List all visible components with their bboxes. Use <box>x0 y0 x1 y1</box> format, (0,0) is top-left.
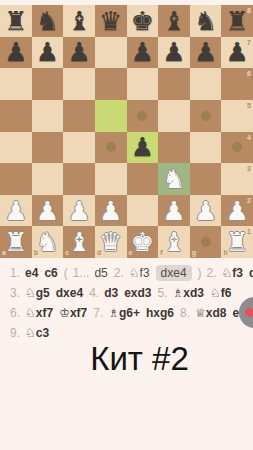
square-f8[interactable]: ♝ <box>158 5 190 37</box>
file-label: d <box>97 249 101 256</box>
square-d6[interactable] <box>95 68 127 100</box>
square-b1[interactable]: ♞b <box>32 226 64 258</box>
rank-label: 6 <box>247 70 251 77</box>
white-pawn: ♟ <box>36 198 59 224</box>
square-h6[interactable]: 6 <box>221 68 253 100</box>
move-line: 1.e4c6(1...d52.♘f3dxe4)2.♘f3d5 <box>10 263 253 283</box>
square-d2[interactable]: ♟ <box>95 195 127 227</box>
white-king: ♚ <box>131 229 154 255</box>
black-pawn: ♟ <box>67 39 90 65</box>
legal-move-dot <box>201 237 211 247</box>
black-knight: ♞ <box>36 8 59 34</box>
square-b7[interactable]: ♟ <box>32 37 64 69</box>
move-token[interactable]: c6 <box>44 266 57 280</box>
white-pawn: ♟ <box>99 198 122 224</box>
square-d3[interactable] <box>95 163 127 195</box>
square-a6[interactable] <box>0 68 32 100</box>
file-label: b <box>34 249 38 256</box>
black-pawn: ♟ <box>162 39 185 65</box>
square-e1[interactable]: ♚e <box>127 226 159 258</box>
move-token[interactable]: d5 <box>249 266 253 280</box>
square-c5[interactable] <box>63 100 95 132</box>
chess-app: ♜♞♝♛♚♝♞♜8♟♟♟♟♟♟♟765♟4♞3♟♟♟♟♟♟♟2♜a♞b♝c♛d♚… <box>0 0 253 450</box>
black-rook: ♜ <box>226 8 249 34</box>
record-dot-icon <box>245 308 253 317</box>
square-f5[interactable] <box>158 100 190 132</box>
chess-board: ♜♞♝♛♚♝♞♜8♟♟♟♟♟♟♟765♟4♞3♟♟♟♟♟♟♟2♜a♞b♝c♛d♚… <box>0 5 253 258</box>
black-bishop: ♝ <box>67 8 90 34</box>
move-token[interactable]: ♕xd8 <box>195 306 226 320</box>
move-number: 4. <box>89 286 99 300</box>
square-d7[interactable] <box>95 37 127 69</box>
square-g1[interactable]: g <box>190 226 222 258</box>
black-pawn: ♟ <box>4 39 27 65</box>
rank-label: 2 <box>247 197 251 204</box>
move-token[interactable]: ♗g6+ <box>108 306 140 320</box>
square-g3[interactable] <box>190 163 222 195</box>
move-number: 6. <box>10 306 20 320</box>
square-b4[interactable] <box>32 132 64 164</box>
black-pawn: ♟ <box>131 134 154 160</box>
rank-label: 3 <box>247 165 251 172</box>
move-line: 3.♘g5dxe44.d3exd35.♗xd3♘f6 <box>10 283 253 303</box>
move-token[interactable]: ♘f3 <box>222 266 243 280</box>
square-e6[interactable] <box>127 68 159 100</box>
square-a3[interactable] <box>0 163 32 195</box>
move-line: 6.♘xf7♔xf77.♗g6+hxg68.♕xd8e5 <box>10 303 253 323</box>
black-pawn: ♟ <box>194 39 217 65</box>
square-d1[interactable]: ♛d <box>95 226 127 258</box>
move-number: 1. <box>10 266 20 280</box>
square-c6[interactable] <box>63 68 95 100</box>
square-f4[interactable] <box>158 132 190 164</box>
square-f7[interactable]: ♟ <box>158 37 190 69</box>
square-g4[interactable] <box>190 132 222 164</box>
move-token[interactable]: ♘c3 <box>25 326 49 340</box>
move-token[interactable]: ♘f6 <box>210 286 231 300</box>
square-g6[interactable] <box>190 68 222 100</box>
move-token[interactable]: exd3 <box>124 286 151 300</box>
square-h7[interactable]: ♟7 <box>221 37 253 69</box>
square-g2[interactable]: ♟ <box>190 195 222 227</box>
move-number: 2. <box>207 266 217 280</box>
black-queen: ♛ <box>99 8 122 34</box>
white-pawn: ♟ <box>226 198 249 224</box>
square-h2[interactable]: ♟2 <box>221 195 253 227</box>
black-pawn: ♟ <box>36 39 59 65</box>
white-rook: ♜ <box>226 229 249 255</box>
black-rook: ♜ <box>4 8 27 34</box>
white-pawn: ♟ <box>162 198 185 224</box>
square-e7[interactable]: ♟ <box>127 37 159 69</box>
move-token[interactable]: ♘f3 <box>129 266 150 280</box>
square-c1[interactable]: ♝c <box>63 226 95 258</box>
white-pawn: ♟ <box>67 198 90 224</box>
square-a7[interactable]: ♟ <box>0 37 32 69</box>
square-h1[interactable]: ♜1h <box>221 226 253 258</box>
white-pawn: ♟ <box>4 198 27 224</box>
rank-label: 5 <box>247 102 251 109</box>
move-number: 2. <box>114 266 124 280</box>
square-h5[interactable]: 5 <box>221 100 253 132</box>
move-token[interactable]: hxg6 <box>146 306 174 320</box>
square-f3[interactable]: ♞ <box>158 163 190 195</box>
rank-label: 8 <box>247 7 251 14</box>
square-b6[interactable] <box>32 68 64 100</box>
move-token[interactable]: d5 <box>94 266 107 280</box>
square-f2[interactable]: ♟ <box>158 195 190 227</box>
black-knight: ♞ <box>194 8 217 34</box>
move-number: 8. <box>180 306 190 320</box>
square-e5[interactable] <box>127 100 159 132</box>
square-e8[interactable]: ♚ <box>127 5 159 37</box>
square-a8[interactable]: ♜ <box>0 5 32 37</box>
move-token[interactable]: dxe4 <box>56 286 83 300</box>
square-b2[interactable]: ♟ <box>32 195 64 227</box>
square-g8[interactable]: ♞ <box>190 5 222 37</box>
black-king: ♚ <box>131 8 154 34</box>
move-token[interactable]: d3 <box>104 286 118 300</box>
square-h4[interactable]: 4 <box>221 132 253 164</box>
square-a4[interactable] <box>0 132 32 164</box>
file-label: e <box>129 249 133 256</box>
white-knight: ♞ <box>162 166 185 192</box>
square-d4[interactable] <box>95 132 127 164</box>
file-label: f <box>160 249 162 256</box>
square-g7[interactable]: ♟ <box>190 37 222 69</box>
square-h3[interactable]: 3 <box>221 163 253 195</box>
white-rook: ♜ <box>4 229 27 255</box>
move-list: 1.e4c6(1...d52.♘f3dxe4)2.♘f3d53.♘g5dxe44… <box>0 258 253 343</box>
square-a5[interactable] <box>0 100 32 132</box>
square-f6[interactable] <box>158 68 190 100</box>
move-token[interactable]: e4 <box>25 266 38 280</box>
square-b5[interactable] <box>32 100 64 132</box>
square-a1[interactable]: ♜a <box>0 226 32 258</box>
legal-move-dot <box>232 142 242 152</box>
move-token[interactable]: ♘xf7 <box>25 306 53 320</box>
white-knight: ♞ <box>36 229 59 255</box>
black-pawn: ♟ <box>226 39 249 65</box>
square-e3[interactable] <box>127 163 159 195</box>
square-c3[interactable] <box>63 163 95 195</box>
square-c7[interactable]: ♟ <box>63 37 95 69</box>
rank-label: 4 <box>247 134 251 141</box>
square-f1[interactable]: ♝f <box>158 226 190 258</box>
square-e2[interactable] <box>127 195 159 227</box>
move-number: 7. <box>93 306 103 320</box>
square-a2[interactable]: ♟ <box>0 195 32 227</box>
move-number: ( <box>64 266 68 280</box>
square-e4[interactable]: ♟ <box>127 132 159 164</box>
move-token[interactable]: ♘g5 <box>25 286 50 300</box>
square-h8[interactable]: ♜8 <box>221 5 253 37</box>
move-number: 3. <box>10 286 20 300</box>
square-d8[interactable]: ♛ <box>95 5 127 37</box>
white-bishop: ♝ <box>67 229 90 255</box>
rank-label: 7 <box>247 39 251 46</box>
move-token[interactable]: ♔xf7 <box>59 306 87 320</box>
move-number: 5. <box>158 286 168 300</box>
square-c2[interactable]: ♟ <box>63 195 95 227</box>
black-pawn: ♟ <box>131 39 154 65</box>
white-pawn: ♟ <box>194 198 217 224</box>
white-bishop: ♝ <box>162 229 185 255</box>
file-label: g <box>192 249 196 256</box>
black-bishop: ♝ <box>162 8 185 34</box>
square-c4[interactable] <box>63 132 95 164</box>
file-label: h <box>223 249 227 256</box>
legal-move-dot <box>137 111 147 121</box>
move-number: ) <box>198 266 202 280</box>
square-d5[interactable] <box>95 100 127 132</box>
file-label: c <box>65 249 69 256</box>
white-queen: ♛ <box>99 229 122 255</box>
move-number: 9. <box>10 326 20 340</box>
move-token[interactable]: ♗xd3 <box>173 286 204 300</box>
square-b3[interactable] <box>32 163 64 195</box>
square-b8[interactable]: ♞ <box>32 5 64 37</box>
current-move-token[interactable]: dxe4 <box>156 265 192 281</box>
legal-move-dot <box>201 111 211 121</box>
square-c8[interactable]: ♝ <box>63 5 95 37</box>
rank-label: 1 <box>247 228 251 235</box>
file-label: a <box>2 249 6 256</box>
square-g5[interactable] <box>190 100 222 132</box>
legal-move-dot <box>106 142 116 152</box>
caption: Кит #2 <box>0 340 253 378</box>
move-number: 1... <box>73 266 90 280</box>
